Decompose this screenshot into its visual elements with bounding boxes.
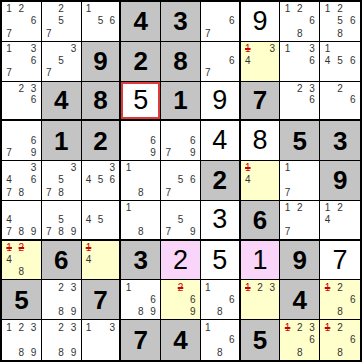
candidate-9: 9 (28, 346, 40, 359)
candidate-3: 3 (67, 162, 79, 174)
cell-r4c2[interactable]: 1 (42, 121, 82, 161)
cell-r6c7[interactable]: 6 (241, 201, 281, 241)
empty-candidate-slot (226, 346, 238, 359)
empty-candidate-slot (3, 94, 15, 106)
empty-candidate-slot (67, 202, 79, 214)
cell-r3c7[interactable]: 7 (241, 82, 281, 122)
empty-candidate-slot (83, 226, 95, 238)
empty-candidate-slot (294, 226, 306, 238)
empty-candidate-slot (202, 294, 214, 306)
empty-candidate-slot (214, 43, 226, 55)
empty-candidate-slot (281, 55, 293, 67)
candidate-6: 6 (106, 174, 118, 186)
empty-candidate-slot (94, 226, 106, 238)
cell-r8c8[interactable]: 4 (280, 280, 320, 320)
empty-candidate-slot (162, 122, 174, 134)
empty-candidate-slot (281, 346, 293, 359)
empty-candidate-slot (55, 43, 67, 55)
cell-r9c3[interactable]: 13 (82, 320, 122, 360)
empty-candidate-slot (294, 67, 306, 79)
cell-r5c2[interactable]: 3578 (42, 161, 82, 201)
empty-candidate-slot (334, 106, 347, 118)
empty-candidate-slot (321, 83, 334, 95)
empty-candidate-slot (294, 106, 306, 118)
empty-candidate-slot (67, 67, 79, 79)
cell-r7c5[interactable]: 2 (161, 241, 201, 281)
cell-r7c7[interactable]: 1 (241, 241, 281, 281)
empty-candidate-slot (67, 15, 79, 27)
empty-candidate-slot (174, 306, 186, 318)
empty-candidate-slot (135, 174, 147, 186)
empty-candidate-slot (147, 162, 159, 174)
candidate-5: 5 (55, 174, 67, 186)
cell-r8c9[interactable]: 1268 (320, 280, 360, 320)
empty-candidate-slot (321, 294, 334, 306)
empty-candidate-slot (67, 55, 79, 67)
cell-r2c2[interactable]: 357 (42, 42, 82, 82)
cell-r3c9[interactable]: 26 (320, 82, 360, 122)
cell-r2c5[interactable]: 8 (161, 42, 201, 82)
candidate-6: 6 (147, 135, 159, 147)
empty-candidate-slot (226, 43, 238, 55)
cell-r9c1[interactable]: 12389 (2, 320, 42, 360)
candidate-6: 6 (346, 55, 359, 67)
candidate-1: 1 (83, 321, 95, 334)
pencil-marks: 1268 (320, 280, 360, 319)
crossed-candidate-1: 1 (321, 281, 334, 293)
crossed-candidate-1: 1 (3, 242, 15, 254)
candidate-5: 5 (174, 214, 186, 226)
empty-candidate-slot (321, 28, 334, 40)
cell-r5c7[interactable]: 14 (241, 161, 281, 201)
cell-r3c3[interactable]: 8 (82, 82, 122, 122)
candidate-3: 3 (28, 43, 40, 55)
cell-r1c4[interactable]: 4 (121, 2, 161, 42)
empty-candidate-slot (15, 15, 27, 27)
candidate-8: 8 (135, 226, 147, 238)
cell-r4c1[interactable]: 679 (2, 121, 42, 161)
candidate-6: 6 (187, 174, 199, 186)
pencil-marks: 45 (82, 201, 120, 239)
pencil-marks: 257 (42, 2, 81, 41)
empty-candidate-slot (43, 346, 55, 359)
pencil-marks: 13 (82, 320, 120, 360)
crossed-candidate-2: 2 (174, 281, 186, 293)
empty-candidate-slot (135, 122, 147, 134)
empty-candidate-slot (15, 174, 27, 186)
cell-r4c5[interactable]: 679 (161, 121, 201, 161)
candidate-6: 6 (106, 15, 118, 27)
candidate-6: 6 (226, 294, 238, 306)
pencil-marks: 34678 (2, 161, 41, 200)
empty-candidate-slot (226, 281, 238, 293)
given-digit: 2 (93, 128, 107, 154)
empty-candidate-slot (55, 67, 67, 79)
empty-candidate-slot (334, 67, 347, 79)
given-digit: 7 (253, 87, 267, 113)
cell-r6c5[interactable]: 579 (161, 201, 201, 241)
candidate-8: 8 (334, 306, 347, 318)
cell-r1c8[interactable]: 1268 (280, 2, 320, 42)
empty-candidate-slot (162, 281, 174, 293)
candidate-6: 6 (306, 15, 318, 27)
candidate-8: 8 (55, 187, 67, 199)
empty-candidate-slot (254, 67, 266, 79)
given-digit: 3 (173, 8, 187, 34)
cell-r1c2[interactable]: 257 (42, 2, 82, 42)
given-digit: 1 (54, 128, 68, 154)
entered-digit: 4 (212, 127, 227, 154)
empty-candidate-slot (122, 187, 134, 199)
empty-candidate-slot (67, 294, 79, 306)
entered-digit: 9 (253, 8, 268, 35)
empty-candidate-slot (3, 83, 15, 95)
empty-candidate-slot (202, 334, 214, 347)
empty-candidate-slot (281, 106, 293, 118)
cell-r4c9[interactable]: 3 (320, 121, 360, 161)
given-digit: 8 (93, 87, 107, 113)
empty-candidate-slot (67, 214, 79, 226)
cell-r3c5[interactable]: 1 (161, 82, 201, 122)
pencil-marks: 18 (121, 161, 160, 200)
cell-r5c4[interactable]: 18 (121, 161, 161, 201)
cell-r9c4[interactable]: 7 (121, 320, 161, 360)
empty-candidate-slot (254, 294, 266, 306)
given-digit: 9 (333, 167, 347, 193)
cell-r7c8[interactable]: 9 (280, 241, 320, 281)
candidate-1: 1 (3, 3, 15, 15)
cell-r6c6[interactable]: 3 (201, 201, 241, 241)
empty-candidate-slot (266, 174, 278, 186)
empty-candidate-slot (106, 266, 118, 278)
cell-r6c4[interactable]: 18 (121, 201, 161, 241)
empty-candidate-slot (187, 281, 199, 293)
empty-candidate-slot (306, 346, 318, 359)
candidate-2: 2 (334, 281, 347, 293)
empty-candidate-slot (3, 122, 15, 134)
crossed-candidate-1: 1 (281, 321, 293, 334)
empty-candidate-slot (174, 135, 186, 147)
cell-r7c6[interactable]: 5 (201, 241, 241, 281)
cell-r9c2[interactable]: 2389 (42, 320, 82, 360)
cell-r8c4[interactable]: 1689 (121, 280, 161, 320)
cell-r5c5[interactable]: 567 (161, 161, 201, 201)
empty-candidate-slot (43, 306, 55, 318)
pencil-marks: 168 (201, 280, 239, 319)
candidate-6: 6 (28, 15, 40, 27)
empty-candidate-slot (15, 147, 27, 159)
cell-r9c5[interactable]: 4 (161, 320, 201, 360)
cell-r4c4[interactable]: 69 (121, 121, 161, 161)
empty-candidate-slot (83, 346, 95, 359)
cell-r2c3[interactable]: 9 (82, 42, 122, 82)
cell-r5c8[interactable]: 17 (280, 161, 320, 201)
pencil-marks: 1268 (320, 320, 360, 360)
given-digit: 4 (293, 287, 307, 313)
pencil-marks: 679 (2, 121, 41, 160)
empty-candidate-slot (3, 266, 15, 278)
cell-r6c1[interactable]: 4789 (2, 201, 42, 241)
empty-candidate-slot (15, 43, 27, 55)
candidate-2: 2 (55, 281, 67, 293)
candidate-8: 8 (55, 226, 67, 238)
empty-candidate-slot (281, 15, 293, 27)
candidate-8: 8 (294, 346, 306, 359)
cell-r1c3[interactable]: 156 (82, 2, 122, 42)
candidate-9: 9 (147, 147, 159, 159)
cell-r4c3[interactable]: 2 (82, 121, 122, 161)
candidate-7: 7 (281, 187, 293, 199)
candidate-2: 2 (15, 83, 27, 95)
empty-candidate-slot (162, 214, 174, 226)
pencil-marks: 127 (280, 201, 319, 239)
empty-candidate-slot (147, 202, 159, 214)
empty-candidate-slot (135, 202, 147, 214)
pencil-marks: 2389 (42, 320, 81, 360)
given-digit: 7 (93, 287, 107, 313)
empty-candidate-slot (174, 162, 186, 174)
empty-candidate-slot (147, 174, 159, 186)
empty-candidate-slot (346, 281, 359, 293)
empty-candidate-slot (94, 3, 106, 15)
empty-candidate-slot (226, 306, 238, 318)
empty-candidate-slot (281, 83, 293, 95)
empty-candidate-slot (55, 334, 67, 347)
cell-r4c7[interactable]: 8 (241, 121, 281, 161)
cell-r1c7[interactable]: 9 (241, 2, 281, 42)
pencil-marks: 1267 (2, 2, 41, 41)
pencil-marks: 67 (201, 42, 239, 81)
cell-r7c9[interactable]: 7 (320, 241, 360, 281)
empty-candidate-slot (174, 202, 186, 214)
empty-candidate-slot (306, 226, 318, 238)
candidate-5: 5 (334, 15, 347, 27)
cell-r8c5[interactable]: 269 (161, 280, 201, 320)
empty-candidate-slot (106, 346, 118, 359)
given-digit: 6 (253, 207, 267, 233)
cell-r2c6[interactable]: 67 (201, 42, 241, 82)
empty-candidate-slot (162, 162, 174, 174)
cell-r3c1[interactable]: 236 (2, 82, 42, 122)
candidate-9: 9 (187, 226, 199, 238)
candidate-7: 7 (162, 226, 174, 238)
entered-digit: 9 (212, 87, 227, 114)
cell-r9c6[interactable]: 168 (201, 320, 241, 360)
given-digit: 7 (133, 327, 147, 353)
candidate-4: 4 (3, 214, 15, 226)
cell-r2c4[interactable]: 2 (121, 42, 161, 82)
empty-candidate-slot (147, 122, 159, 134)
cell-r6c8[interactable]: 127 (280, 201, 320, 241)
candidate-6: 6 (226, 15, 238, 27)
cell-r8c3[interactable]: 7 (82, 280, 122, 320)
cell-r3c8[interactable]: 236 (280, 82, 320, 122)
cell-r2c1[interactable]: 1367 (2, 42, 42, 82)
empty-candidate-slot (306, 67, 318, 79)
cell-r3c4[interactable]: 5 (121, 82, 161, 122)
empty-candidate-slot (135, 147, 147, 159)
candidate-1: 1 (3, 43, 15, 55)
cell-r6c2[interactable]: 5789 (42, 201, 82, 241)
empty-candidate-slot (321, 94, 334, 106)
empty-candidate-slot (83, 202, 95, 214)
given-digit: 5 (253, 327, 267, 353)
cell-r2c7[interactable]: 134 (241, 42, 281, 82)
empty-candidate-slot (3, 55, 15, 67)
cell-r1c6[interactable]: 67 (201, 2, 241, 42)
candidate-6: 6 (28, 94, 40, 106)
cell-r1c5[interactable]: 3 (161, 2, 201, 42)
empty-candidate-slot (321, 334, 334, 347)
empty-candidate-slot (294, 94, 306, 106)
empty-candidate-slot (334, 94, 347, 106)
cell-r8c7[interactable]: 123 (241, 280, 281, 320)
cell-r1c1[interactable]: 1267 (2, 2, 42, 42)
candidate-2: 2 (254, 281, 266, 293)
cell-r5c3[interactable]: 3456 (82, 161, 122, 201)
pencil-marks: 12568 (320, 2, 360, 41)
pencil-marks: 123 (241, 280, 280, 319)
candidate-7: 7 (43, 67, 55, 79)
empty-candidate-slot (83, 334, 95, 347)
cell-r8c2[interactable]: 2389 (42, 280, 82, 320)
candidate-6: 6 (226, 334, 238, 347)
candidate-3: 3 (106, 321, 118, 334)
cell-r5c1[interactable]: 34678 (2, 161, 42, 201)
empty-candidate-slot (346, 346, 359, 359)
empty-candidate-slot (122, 122, 134, 134)
empty-candidate-slot (254, 187, 266, 199)
pencil-marks: 136 (280, 42, 319, 81)
cell-r8c6[interactable]: 168 (201, 280, 241, 320)
empty-candidate-slot (174, 294, 186, 306)
cell-r6c3[interactable]: 45 (82, 201, 122, 241)
empty-candidate-slot (135, 281, 147, 293)
empty-candidate-slot (43, 294, 55, 306)
cell-r6c9[interactable]: 124 (320, 201, 360, 241)
candidate-8: 8 (214, 306, 226, 318)
cell-r1c9[interactable]: 12568 (320, 2, 360, 42)
cell-r3c2[interactable]: 4 (42, 82, 82, 122)
candidate-4: 4 (83, 214, 95, 226)
candidate-6: 6 (306, 334, 318, 347)
pencil-marks: 236 (280, 82, 319, 120)
cell-r7c1[interactable]: 1248 (2, 241, 42, 281)
empty-candidate-slot (346, 3, 359, 15)
empty-candidate-slot (306, 214, 318, 226)
pencil-marks: 124 (320, 201, 360, 239)
empty-candidate-slot (214, 321, 226, 334)
cell-r7c3[interactable]: 14 (82, 241, 122, 281)
pencil-marks: 357 (42, 42, 81, 81)
candidate-2: 2 (55, 321, 67, 334)
empty-candidate-slot (346, 67, 359, 79)
pencil-marks: 1248 (2, 241, 41, 280)
candidate-6: 6 (28, 174, 40, 186)
empty-candidate-slot (294, 55, 306, 67)
empty-candidate-slot (15, 67, 27, 79)
empty-candidate-slot (106, 28, 118, 40)
cell-r7c4[interactable]: 3 (121, 241, 161, 281)
empty-candidate-slot (321, 346, 334, 359)
empty-candidate-slot (254, 43, 266, 55)
cell-r2c9[interactable]: 1456 (320, 42, 360, 82)
empty-candidate-slot (43, 55, 55, 67)
cell-r9c7[interactable]: 5 (241, 320, 281, 360)
cell-r2c8[interactable]: 136 (280, 42, 320, 82)
empty-candidate-slot (334, 43, 347, 55)
entered-digit: 5 (212, 247, 227, 274)
empty-candidate-slot (174, 187, 186, 199)
empty-candidate-slot (43, 321, 55, 334)
candidate-4: 4 (3, 174, 15, 186)
candidate-1: 1 (122, 162, 134, 174)
candidate-1: 1 (202, 321, 214, 334)
empty-candidate-slot (122, 306, 134, 318)
candidate-8: 8 (334, 28, 347, 40)
pencil-marks: 14 (241, 161, 280, 200)
empty-candidate-slot (306, 28, 318, 40)
crossed-candidate-1: 1 (242, 162, 254, 174)
empty-candidate-slot (266, 187, 278, 199)
empty-candidate-slot (321, 106, 334, 118)
candidate-9: 9 (187, 147, 199, 159)
empty-candidate-slot (294, 174, 306, 186)
empty-candidate-slot (94, 346, 106, 359)
empty-candidate-slot (43, 162, 55, 174)
pencil-marks: 14 (82, 241, 120, 280)
pencil-marks: 134 (241, 42, 280, 81)
candidate-2: 2 (15, 321, 27, 334)
candidate-6: 6 (147, 294, 159, 306)
cell-r9c8[interactable]: 12368 (280, 320, 320, 360)
candidate-2: 2 (334, 3, 347, 15)
empty-candidate-slot (83, 266, 95, 278)
empty-candidate-slot (3, 162, 15, 174)
empty-candidate-slot (214, 28, 226, 40)
empty-candidate-slot (214, 3, 226, 15)
candidate-9: 9 (28, 226, 40, 238)
candidate-6: 6 (28, 55, 40, 67)
empty-candidate-slot (187, 214, 199, 226)
empty-candidate-slot (346, 321, 359, 334)
candidate-7: 7 (202, 28, 214, 40)
cell-r3c6[interactable]: 9 (201, 82, 241, 122)
empty-candidate-slot (122, 135, 134, 147)
candidate-1: 1 (321, 202, 334, 214)
pencil-marks: 69 (121, 121, 160, 160)
empty-candidate-slot (306, 3, 318, 15)
cell-r8c1[interactable]: 5 (2, 280, 42, 320)
candidate-6: 6 (346, 294, 359, 306)
cell-r4c8[interactable]: 5 (280, 121, 320, 161)
candidate-7: 7 (3, 67, 15, 79)
cell-r4c6[interactable]: 4 (201, 121, 241, 161)
empty-candidate-slot (28, 242, 40, 254)
candidate-3: 3 (306, 83, 318, 95)
empty-candidate-slot (15, 55, 27, 67)
candidate-8: 8 (294, 28, 306, 40)
cell-r7c2[interactable]: 6 (42, 241, 82, 281)
empty-candidate-slot (321, 226, 334, 238)
cell-r5c6[interactable]: 2 (201, 161, 241, 201)
empty-candidate-slot (83, 15, 95, 27)
candidate-8: 8 (15, 346, 27, 359)
cell-r9c9[interactable]: 1268 (320, 320, 360, 360)
candidate-8: 8 (15, 226, 27, 238)
empty-candidate-slot (83, 187, 95, 199)
cell-r5c9[interactable]: 9 (320, 161, 360, 201)
